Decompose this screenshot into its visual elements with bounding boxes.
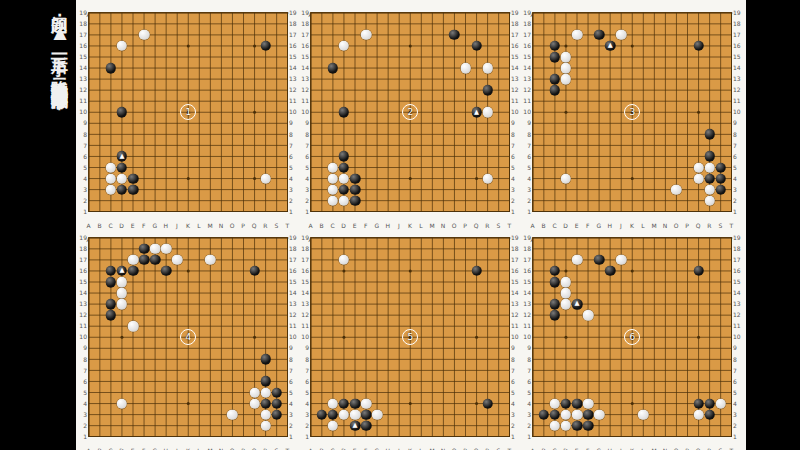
white-stone-D16 [339,41,350,52]
white-stone-O3 [227,409,238,420]
go-board-surface-2[interactable]: ▲2 [310,12,510,212]
diagram-number-badge-5: 5 [402,329,418,345]
hoshi-point [564,44,567,47]
white-stone-R4 [260,173,271,184]
row-labels-left: 19181716151413121110987654321 [300,7,309,217]
white-stone-Q5 [249,387,260,398]
black-stone-F2 [583,420,594,431]
white-stone-C2 [328,195,339,206]
row-labels-left: 19181716151413121110987654321 [522,7,531,217]
black-stone-C3 [550,409,561,420]
white-stone-D14 [561,63,572,74]
white-stone-L3 [638,409,649,420]
black-stone-D10 [339,107,350,118]
go-diagram-4: ABCDEFGHJKLMNOPQRSTABCDEFGHJKLMNOPQRST19… [78,227,298,447]
white-stone-D4 [561,173,572,184]
black-stone-B3 [539,409,550,420]
column-labels-top: ABCDEFGHJKLMNOPQRST [83,227,293,236]
white-stone-D3 [339,409,350,420]
black-stone-B3 [317,409,328,420]
white-stone-C5 [328,162,339,173]
black-stone-Q16 [471,266,482,277]
black-stone-F3 [583,409,594,420]
hoshi-point [475,177,478,180]
black-stone-Q16 [693,41,704,52]
white-stone-F17 [361,30,372,41]
white-stone-Q4 [249,398,260,409]
black-stone-C15 [550,277,561,288]
white-stone-F4 [583,398,594,409]
row-labels-right: 19181716151413121110987654321 [733,7,742,217]
white-stone-Q3 [693,409,704,420]
black-stone-G17 [594,255,605,266]
white-stone-F4 [361,398,372,409]
hoshi-point [253,336,256,339]
diagram-number-badge-1: 1 [180,104,196,120]
white-stone-J17 [172,255,183,266]
hoshi-point [342,336,345,339]
black-stone-C12 [106,310,117,321]
white-stone-C4 [328,173,339,184]
diagram-number-badge-6: 6 [624,329,640,345]
hoshi-point [253,111,256,114]
hoshi-point [564,269,567,272]
white-stone-D14 [561,288,572,299]
white-stone-D4 [339,173,350,184]
black-stone-C16 [550,41,561,52]
white-stone-D15 [561,277,572,288]
black-stone-C16 [550,266,561,277]
black-stone-H16: ▲ [605,41,616,52]
white-stone-J17 [616,255,627,266]
white-stone-C5 [106,162,117,173]
triangle-marker: ▲ [474,109,479,116]
hoshi-point [187,177,190,180]
black-stone-D3 [339,184,350,195]
go-diagram-2: ABCDEFGHJKLMNOPQRSTABCDEFGHJKLMNOPQRST19… [300,2,520,222]
row-labels-left: 19181716151413121110987654321 [78,7,87,217]
go-board-surface-1[interactable]: ▲1 [88,12,288,212]
go-diagram-3: ABCDEFGHJKLMNOPQRSTABCDEFGHJKLMNOPQRST19… [522,2,742,222]
row-labels-right: 19181716151413121110987654321 [733,232,742,442]
black-stone-Q16 [249,266,260,277]
black-stone-D5 [339,162,350,173]
black-stone-E4 [128,173,139,184]
hoshi-point [631,177,634,180]
page: { "game": "go", "lesson": { "caption_ver… [0,0,800,450]
hoshi-point [631,269,634,272]
black-stone-S3 [271,409,282,420]
black-stone-R4 [482,398,493,409]
black-stone-F2 [361,420,372,431]
black-stone-R8 [260,354,271,365]
white-stone-G3 [372,409,383,420]
hoshi-point [697,111,700,114]
black-stone-D4 [339,398,350,409]
black-stone-C12 [550,310,561,321]
white-stone-D15 [117,277,128,288]
triangle-marker: ▲ [119,153,124,160]
black-stone-E2 [350,195,361,206]
black-stone-C13 [106,299,117,310]
hoshi-point [409,44,412,47]
black-stone-C13 [550,299,561,310]
black-stone-S4 [715,173,726,184]
white-stone-F12 [583,310,594,321]
hoshi-point [253,177,256,180]
white-stone-C2 [328,420,339,431]
triangle-marker: ▲ [119,267,124,274]
diagrams-area: ABCDEFGHJKLMNOPQRSTABCDEFGHJKLMNOPQRST19… [76,0,746,450]
white-stone-H18 [161,244,172,255]
black-stone-E13: ▲ [572,299,583,310]
hoshi-point [475,402,478,405]
black-stone-R4 [704,398,715,409]
white-stone-C4 [550,398,561,409]
hoshi-point [564,111,567,114]
black-stone-G17 [594,30,605,41]
white-stone-D13 [117,299,128,310]
column-labels-top: ABCDEFGHJKLMNOPQRST [305,227,515,236]
white-stone-E11 [128,321,139,332]
white-stone-G3 [594,409,605,420]
black-stone-D6 [339,151,350,162]
white-stone-R3 [704,184,715,195]
white-stone-D13 [561,74,572,85]
black-stone-D16: ▲ [117,266,128,277]
problem-caption: 问题：▲后下一手 二路托过的正确应用与局部战斗常形 [49,2,72,450]
go-board-surface-5[interactable]: ▲5 [310,237,510,437]
black-stone-C3 [328,409,339,420]
hoshi-point [409,177,412,180]
black-stone-R6 [704,151,715,162]
white-stone-O3 [671,184,682,195]
white-stone-D15 [561,52,572,63]
black-stone-Q16 [693,266,704,277]
black-stone-C13 [550,74,561,85]
diagram-number-badge-3: 3 [624,104,640,120]
white-stone-Q5 [693,162,704,173]
column-labels-top: ABCDEFGHJKLMNOPQRST [305,2,515,11]
black-stone-F18 [139,244,150,255]
hoshi-point [253,44,256,47]
column-labels-bottom: ABCDEFGHJKLMNOPQRST [527,213,737,222]
white-stone-E3 [572,409,583,420]
black-stone-C12 [550,85,561,96]
white-stone-R2 [260,420,271,431]
black-stone-C14 [328,63,339,74]
diagram-number-badge-4: 4 [180,329,196,345]
white-stone-E3 [350,409,361,420]
white-stone-M17 [205,255,216,266]
go-diagram-1: ABCDEFGHJKLMNOPQRSTABCDEFGHJKLMNOPQRST19… [78,2,298,222]
diagram-number-badge-2: 2 [402,104,418,120]
black-stone-Q4 [693,398,704,409]
white-stone-D4 [117,173,128,184]
row-labels-left: 19181716151413121110987654321 [300,232,309,442]
row-labels-left: 19181716151413121110987654321 [522,232,531,442]
white-stone-S4 [715,398,726,409]
black-stone-R4 [260,398,271,409]
row-labels-right: 19181716151413121110987654321 [511,232,520,442]
white-stone-R14 [482,63,493,74]
white-stone-R3 [260,409,271,420]
hoshi-point [475,336,478,339]
column-labels-bottom: ABCDEFGHJKLMNOPQRST [83,213,293,222]
black-stone-D10 [117,107,128,118]
black-stone-S5 [715,162,726,173]
column-labels-bottom: ABCDEFGHJKLMNOPQRST [305,438,515,447]
hoshi-point [187,44,190,47]
black-stone-D5 [117,162,128,173]
white-stone-D16 [117,41,128,52]
white-stone-Q4 [693,173,704,184]
white-stone-G18 [150,244,161,255]
black-stone-E3 [128,184,139,195]
black-stone-E2: ▲ [350,420,361,431]
black-stone-R3 [704,409,715,420]
white-stone-E17 [128,255,139,266]
column-labels-bottom: ABCDEFGHJKLMNOPQRST [305,213,515,222]
row-labels-right: 19181716151413121110987654321 [289,232,298,442]
white-stone-P14 [460,63,471,74]
white-stone-D14 [117,288,128,299]
black-stone-C16 [106,266,117,277]
white-stone-D3 [561,409,572,420]
hoshi-point [697,336,700,339]
black-stone-D3 [117,184,128,195]
row-labels-right: 19181716151413121110987654321 [511,7,520,217]
column-labels-bottom: ABCDEFGHJKLMNOPQRST [83,438,293,447]
white-stone-R5 [704,162,715,173]
black-stone-S3 [715,184,726,195]
right-letterbox [746,0,800,450]
black-stone-E4 [350,173,361,184]
go-diagram-5: ABCDEFGHJKLMNOPQRSTABCDEFGHJKLMNOPQRST19… [300,227,520,447]
black-stone-O17 [449,30,460,41]
go-board-surface-6[interactable]: ▲6 [532,237,732,437]
go-board-surface-3[interactable]: ▲3 [532,12,732,212]
white-stone-J17 [616,30,627,41]
black-stone-D4 [561,398,572,409]
white-stone-C2 [550,420,561,431]
black-stone-R12 [482,85,493,96]
white-stone-F17 [139,30,150,41]
black-stone-R16 [260,41,271,52]
black-stone-F17 [139,255,150,266]
triangle-marker: ▲ [608,42,613,49]
hoshi-point [187,269,190,272]
black-stone-C14 [106,63,117,74]
black-stone-C15 [106,277,117,288]
black-stone-E4 [350,398,361,409]
triangle-marker: ▲ [353,422,358,429]
black-stone-R8 [704,129,715,140]
black-stone-D6: ▲ [117,151,128,162]
white-stone-C4 [106,173,117,184]
white-stone-C3 [328,184,339,195]
black-stone-E4 [572,398,583,409]
black-stone-S5 [271,387,282,398]
white-stone-C3 [106,184,117,195]
black-stone-Q10: ▲ [471,107,482,118]
white-stone-E17 [572,255,583,266]
white-stone-R5 [260,387,271,398]
black-stone-H16 [161,266,172,277]
row-labels-left: 19181716151413121110987654321 [78,232,87,442]
black-stone-E2 [572,420,583,431]
black-stone-E3 [350,184,361,195]
hoshi-point [342,269,345,272]
column-labels-top: ABCDEFGHJKLMNOPQRST [527,227,737,236]
white-stone-D17 [339,255,350,266]
hoshi-point [409,402,412,405]
hoshi-point [631,44,634,47]
white-stone-C4 [328,398,339,409]
black-stone-R6 [260,376,271,387]
column-labels-bottom: ABCDEFGHJKLMNOPQRST [527,438,737,447]
white-stone-D2 [561,420,572,431]
column-labels-top: ABCDEFGHJKLMNOPQRST [527,2,737,11]
go-diagram-6: ABCDEFGHJKLMNOPQRSTABCDEFGHJKLMNOPQRST19… [522,227,742,447]
hoshi-point [187,402,190,405]
white-stone-D4 [117,398,128,409]
go-board-surface-4[interactable]: ▲4 [88,237,288,437]
hoshi-point [564,336,567,339]
white-stone-D2 [339,195,350,206]
hoshi-point [409,269,412,272]
white-stone-R4 [482,173,493,184]
hoshi-point [120,336,123,339]
white-stone-R10 [482,107,493,118]
white-stone-R2 [704,195,715,206]
column-labels-top: ABCDEFGHJKLMNOPQRST [83,2,293,11]
white-stone-D13 [561,299,572,310]
black-stone-H16 [605,266,616,277]
black-stone-F3 [361,409,372,420]
black-stone-R4 [704,173,715,184]
black-stone-Q16 [471,41,482,52]
row-labels-right: 19181716151413121110987654321 [289,7,298,217]
black-stone-S4 [271,398,282,409]
problem-caption-panel: 问题：▲后下一手 二路托过的正确应用与局部战斗常形 [0,0,76,450]
black-stone-E16 [128,266,139,277]
triangle-marker: ▲ [575,301,580,308]
hoshi-point [631,402,634,405]
black-stone-G17 [150,255,161,266]
black-stone-C15 [550,52,561,63]
white-stone-E17 [572,30,583,41]
